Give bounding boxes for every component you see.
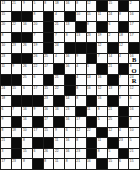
cell-r4c11[interactable]: 2 bbox=[108, 33, 118, 43]
cell-number: 2 bbox=[130, 1, 132, 5]
cell-number: 17 bbox=[130, 22, 134, 26]
cell-r8c12[interactable]: 7 bbox=[119, 75, 129, 85]
cell-number: 13 bbox=[66, 22, 70, 26]
cell-number: 8 bbox=[2, 128, 4, 132]
cell-number: 23 bbox=[44, 96, 48, 100]
black-cell-r14c2 bbox=[12, 138, 22, 148]
cell-number: 16 bbox=[66, 64, 70, 68]
cell-r12c5[interactable]: 17 bbox=[44, 117, 54, 127]
cell-r9c8[interactable]: 8 bbox=[76, 86, 86, 96]
cell-r2c4[interactable]: 8 bbox=[33, 12, 43, 22]
cell-r2c13[interactable]: 16 bbox=[129, 12, 139, 22]
cell-r15c10[interactable]: 8 bbox=[97, 149, 107, 159]
cell-r7c1[interactable]: 11 bbox=[1, 64, 11, 74]
cell-number: 9 bbox=[55, 128, 57, 132]
cell-number: 13 bbox=[2, 1, 6, 5]
black-cell-r8c2 bbox=[12, 75, 22, 85]
cell-number: 21 bbox=[55, 22, 59, 26]
cell-r11c13[interactable]: 16 bbox=[129, 107, 139, 117]
cell-number: 8 bbox=[76, 138, 78, 142]
cell-number: 5 bbox=[130, 138, 132, 142]
given-letter-R: R bbox=[129, 77, 139, 84]
cell-r14c7[interactable]: 16 bbox=[65, 138, 75, 148]
cell-r1c8[interactable]: 8 bbox=[76, 1, 86, 11]
cell-r4c12[interactable]: 18 bbox=[119, 33, 129, 43]
cell-r5c6[interactable]: 24 bbox=[54, 43, 64, 53]
cell-r3c13[interactable]: 17 bbox=[129, 22, 139, 32]
black-cell-r10c3 bbox=[22, 96, 32, 106]
cell-r10c12[interactable]: 9 bbox=[119, 96, 129, 106]
black-cell-r2c5 bbox=[44, 12, 54, 22]
black-cell-r3c5 bbox=[44, 22, 54, 32]
cell-r10c5[interactable]: 23 bbox=[44, 96, 54, 106]
black-cell-r5c9 bbox=[87, 43, 97, 53]
cell-r7c7[interactable]: 16 bbox=[65, 64, 75, 74]
cell-number: 16 bbox=[23, 117, 27, 121]
cell-number: 15 bbox=[108, 159, 112, 163]
cell-r14c8[interactable]: 8 bbox=[76, 138, 86, 148]
black-cell-r9c7 bbox=[65, 86, 75, 96]
cell-r9c5[interactable]: 15 bbox=[44, 86, 54, 96]
cell-number: 8 bbox=[34, 12, 36, 16]
black-cell-r10c11 bbox=[108, 96, 118, 106]
cell-r13c3[interactable]: 10 bbox=[22, 128, 32, 138]
cell-r2c8[interactable]: 10 bbox=[76, 12, 86, 22]
cell-r14c10[interactable]: 11 bbox=[97, 138, 107, 148]
cell-r12c8[interactable]: 17 bbox=[76, 117, 86, 127]
cell-r4c7[interactable]: 8 bbox=[65, 33, 75, 43]
cell-r6c10[interactable]: 7 bbox=[97, 54, 107, 64]
cell-number: 25 bbox=[23, 75, 27, 79]
cell-number: 8 bbox=[98, 149, 100, 153]
cell-number: 10 bbox=[76, 12, 80, 16]
cell-r15c1[interactable]: 3 bbox=[1, 149, 11, 159]
cell-r4c10[interactable]: 19 bbox=[97, 33, 107, 43]
cell-number: 16 bbox=[44, 107, 48, 111]
cell-r13c11[interactable]: 12 bbox=[108, 128, 118, 138]
cell-number: 24 bbox=[55, 43, 59, 47]
cell-r6c1[interactable]: 23 bbox=[1, 54, 11, 64]
cell-number: 2 bbox=[108, 33, 110, 37]
cell-r9c6[interactable]: 22 bbox=[54, 86, 64, 96]
cell-r13c12[interactable]: 4 bbox=[119, 128, 129, 138]
cell-r10c8[interactable]: 8 bbox=[76, 96, 86, 106]
cell-r4c6[interactable]: 7 bbox=[54, 33, 64, 43]
cell-r15c11[interactable]: 5 bbox=[108, 149, 118, 159]
black-cell-r10c2 bbox=[12, 96, 22, 106]
cell-r1c4[interactable]: 5 bbox=[33, 1, 43, 11]
cell-number: 21 bbox=[55, 75, 59, 79]
cell-number: 23 bbox=[2, 54, 6, 58]
cell-r16c13[interactable]: 15 bbox=[129, 159, 139, 169]
cell-number: 24 bbox=[2, 86, 6, 90]
cell-r9c4[interactable]: 17 bbox=[33, 86, 43, 96]
cell-r11c4[interactable]: 9 bbox=[33, 107, 43, 117]
cell-r16c11[interactable]: 15 bbox=[108, 159, 118, 169]
cell-r16c1[interactable]: 17 bbox=[1, 159, 11, 169]
cell-r13c7[interactable]: 6 bbox=[65, 128, 75, 138]
cell-r15c5[interactable]: 26 bbox=[44, 149, 54, 159]
cell-r6c12[interactable]: 4 bbox=[119, 54, 129, 64]
cell-number: 23 bbox=[12, 43, 16, 47]
cell-r16c6[interactable]: 11 bbox=[54, 159, 64, 169]
black-cell-r5c5 bbox=[44, 43, 54, 53]
cell-r8c10[interactable]: 16 bbox=[97, 75, 107, 85]
cell-number: 21 bbox=[2, 138, 6, 142]
cell-r6c5[interactable]: 25 bbox=[44, 54, 54, 64]
cell-number: 18 bbox=[2, 96, 6, 100]
cell-r4c13[interactable]: 17 bbox=[129, 33, 139, 43]
cell-r13c6[interactable]: 9 bbox=[54, 128, 64, 138]
cell-number: 23 bbox=[12, 159, 16, 163]
cell-r13c9[interactable]: 22 bbox=[87, 128, 97, 138]
cell-number: 21 bbox=[108, 64, 112, 68]
cell-number: 5 bbox=[98, 117, 100, 121]
cell-number: 22 bbox=[12, 22, 16, 26]
cell-number: 16 bbox=[66, 117, 70, 121]
cell-number: 17 bbox=[130, 33, 134, 37]
cell-r2c1[interactable]: 15 bbox=[1, 12, 11, 22]
cell-r5c4[interactable]: 19 bbox=[33, 43, 43, 53]
cell-number: 8 bbox=[76, 86, 78, 90]
cell-r3c1[interactable]: 20 bbox=[1, 22, 11, 32]
cell-r5c3[interactable]: 26 bbox=[22, 43, 32, 53]
cell-r12c7[interactable]: 16 bbox=[65, 117, 75, 127]
cell-number: 5 bbox=[108, 149, 110, 153]
cell-number: 6 bbox=[66, 128, 68, 132]
cell-number: 22 bbox=[34, 64, 38, 68]
cell-number: 6 bbox=[2, 107, 4, 111]
cell-number: 12 bbox=[119, 43, 123, 47]
cell-number: 18 bbox=[12, 128, 16, 132]
cell-r16c7[interactable]: 8 bbox=[65, 159, 75, 169]
black-cell-r8c5 bbox=[44, 75, 54, 85]
black-cell-r8c1 bbox=[1, 75, 11, 85]
cell-r10c10[interactable]: 16 bbox=[97, 96, 107, 106]
black-cell-r16c10 bbox=[97, 159, 107, 169]
cell-number: 4 bbox=[76, 64, 78, 68]
cell-number: 16 bbox=[87, 159, 91, 163]
cell-r11c2[interactable]: 7 bbox=[12, 107, 22, 117]
cell-r1c1[interactable]: 13 bbox=[1, 1, 11, 11]
black-cell-r5c11 bbox=[108, 43, 118, 53]
black-cell-r14c5 bbox=[44, 138, 54, 148]
cell-r11c5[interactable]: 16 bbox=[44, 107, 54, 117]
cell-number: 8 bbox=[98, 107, 100, 111]
cell-r14c6[interactable]: 11 bbox=[54, 138, 64, 148]
cell-r9c9[interactable]: 16 bbox=[87, 86, 97, 96]
black-cell-r6c2 bbox=[12, 54, 22, 64]
black-cell-r4c5 bbox=[44, 33, 54, 43]
black-cell-r5c8 bbox=[76, 43, 86, 53]
cell-number: 22 bbox=[87, 128, 91, 132]
cell-r15c6[interactable]: 22 bbox=[54, 149, 64, 159]
cell-number: 8 bbox=[44, 1, 46, 5]
cell-r1c3[interactable]: 9 bbox=[22, 1, 32, 11]
cell-r6c11[interactable]: 14 bbox=[108, 54, 118, 64]
cell-number: 16 bbox=[66, 138, 70, 142]
cell-r9c11[interactable]: 13 bbox=[108, 86, 118, 96]
cell-number: 26 bbox=[34, 54, 38, 58]
cell-r13c5[interactable]: 15 bbox=[44, 128, 54, 138]
cell-r14c1[interactable]: 21 bbox=[1, 138, 11, 148]
cell-r11c6[interactable]: 16 bbox=[54, 107, 64, 117]
cell-r11c11[interactable]: 21 bbox=[108, 107, 118, 117]
cell-r7c11[interactable]: 21 bbox=[108, 64, 118, 74]
black-cell-r11c12 bbox=[119, 107, 129, 117]
cell-r9c12[interactable]: 7 bbox=[119, 86, 129, 96]
cell-r7c5[interactable]: 17 bbox=[44, 64, 54, 74]
black-cell-r12c12 bbox=[119, 117, 129, 127]
cell-r9c3[interactable]: 6 bbox=[22, 86, 32, 96]
cell-r4c9[interactable]: 23 bbox=[87, 33, 97, 43]
cell-r13c2[interactable]: 18 bbox=[12, 128, 22, 138]
cell-number: 16 bbox=[87, 86, 91, 90]
cell-number: 14 bbox=[66, 96, 70, 100]
cell-number: 8 bbox=[130, 117, 132, 121]
cell-number: 6 bbox=[119, 159, 121, 163]
cell-number: 9 bbox=[23, 1, 25, 5]
cell-r3c6[interactable]: 21 bbox=[54, 22, 64, 32]
cell-r15c13[interactable]: 21 bbox=[129, 149, 139, 159]
cell-number: 8 bbox=[66, 33, 68, 37]
cell-r7c2[interactable]: 9 bbox=[12, 64, 22, 74]
cell-number: 16 bbox=[66, 149, 70, 153]
black-cell-r12c6 bbox=[54, 117, 64, 127]
cell-r16c8[interactable]: 21 bbox=[76, 159, 86, 169]
cell-number: 4 bbox=[119, 128, 121, 132]
black-cell-r1c12 bbox=[119, 1, 129, 11]
cell-r11c3[interactable]: 16 bbox=[22, 107, 32, 117]
cell-r6c13[interactable]: 16B bbox=[129, 54, 139, 64]
cell-r3c2[interactable]: 22 bbox=[12, 22, 22, 32]
black-cell-r14c4 bbox=[33, 138, 43, 148]
cell-number: 17 bbox=[34, 128, 38, 132]
cell-r1c9[interactable]: 12 bbox=[87, 1, 97, 11]
cell-number: 13 bbox=[108, 86, 112, 90]
black-cell-r7c12 bbox=[119, 64, 129, 74]
cell-r12c11[interactable]: 25 bbox=[108, 117, 118, 127]
cell-r14c13[interactable]: 5 bbox=[129, 138, 139, 148]
cell-r1c11[interactable]: 15 bbox=[108, 1, 118, 11]
cell-number: 25 bbox=[108, 117, 112, 121]
cell-r11c7[interactable]: 23 bbox=[65, 107, 75, 117]
black-cell-r8c11 bbox=[108, 75, 118, 85]
cell-number: 15 bbox=[44, 128, 48, 132]
cell-number: 12 bbox=[87, 1, 91, 5]
cell-r9c13[interactable]: 12 bbox=[129, 86, 139, 96]
cell-r2c10[interactable]: 11 bbox=[97, 12, 107, 22]
cell-r8c3[interactable]: 25 bbox=[22, 75, 32, 85]
cell-r1c6[interactable]: 18 bbox=[54, 1, 64, 11]
cell-r5c10[interactable]: 12 bbox=[97, 43, 107, 53]
black-cell-r6c3 bbox=[22, 54, 32, 64]
cell-r7c8[interactable]: 4 bbox=[76, 64, 86, 74]
cell-r3c3[interactable]: 16 bbox=[22, 22, 32, 32]
cell-r15c8[interactable]: 23 bbox=[76, 149, 86, 159]
cell-r12c10[interactable]: 5 bbox=[97, 117, 107, 127]
black-cell-r14c11 bbox=[108, 138, 118, 148]
cell-r7c13[interactable]: 8O bbox=[129, 64, 139, 74]
black-cell-r13c10 bbox=[97, 128, 107, 138]
cell-number: 8 bbox=[44, 159, 46, 163]
cell-r10c7[interactable]: 14 bbox=[65, 96, 75, 106]
cell-number: 7 bbox=[12, 107, 14, 111]
cell-r8c4[interactable]: 6 bbox=[33, 75, 43, 85]
cell-number: 7 bbox=[34, 33, 36, 37]
cell-number: 5 bbox=[34, 1, 36, 5]
cell-number: 10 bbox=[130, 128, 134, 132]
cell-r1c5[interactable]: 8 bbox=[44, 1, 54, 11]
cell-number: 21 bbox=[130, 149, 134, 153]
cell-r14c12[interactable]: 23 bbox=[119, 138, 129, 148]
cell-r15c4[interactable]: 6 bbox=[33, 149, 43, 159]
cell-r12c3[interactable]: 16 bbox=[22, 117, 32, 127]
cell-r15c7[interactable]: 16 bbox=[65, 149, 75, 159]
cell-number: 12 bbox=[130, 86, 134, 90]
cell-number: 17 bbox=[76, 117, 80, 121]
cell-r10c13[interactable]: 6 bbox=[129, 96, 139, 106]
cell-r6c8[interactable]: 9 bbox=[76, 54, 86, 64]
cell-r16c3[interactable]: 8 bbox=[22, 159, 32, 169]
cell-number: 8 bbox=[76, 1, 78, 5]
cell-r14c3[interactable]: 8 bbox=[22, 138, 32, 148]
cell-number: 16 bbox=[130, 12, 134, 16]
cell-r15c3[interactable]: 15 bbox=[22, 149, 32, 159]
cell-r8c8[interactable]: 4 bbox=[76, 75, 86, 85]
black-cell-r7c10 bbox=[97, 64, 107, 74]
cell-r9c10[interactable]: 12 bbox=[97, 86, 107, 96]
black-cell-r12c4 bbox=[33, 117, 43, 127]
black-cell-r3c10 bbox=[97, 22, 107, 32]
given-letter-B: B bbox=[129, 56, 139, 63]
cell-r12c1[interactable]: 9 bbox=[1, 117, 11, 127]
black-cell-r10c9 bbox=[87, 96, 97, 106]
cell-number: 11 bbox=[98, 12, 101, 16]
cell-number: 11 bbox=[87, 107, 90, 111]
cell-number: 21 bbox=[76, 159, 80, 163]
cell-r4c4[interactable]: 7 bbox=[33, 33, 43, 43]
cell-r13c4[interactable]: 17 bbox=[33, 128, 43, 138]
cell-r2c6[interactable]: 4 bbox=[54, 12, 64, 22]
cell-number: 15 bbox=[2, 12, 6, 16]
cell-r8c9[interactable]: 13 bbox=[87, 75, 97, 85]
cell-number: 12 bbox=[98, 43, 102, 47]
cell-r11c1[interactable]: 6 bbox=[1, 107, 11, 117]
cell-number: 8 bbox=[2, 33, 4, 37]
cell-number: 4 bbox=[76, 75, 78, 79]
cell-number: 15 bbox=[12, 86, 16, 90]
cell-r7c3[interactable]: 26 bbox=[22, 64, 32, 74]
black-cell-r2c7 bbox=[65, 12, 75, 22]
cell-r2c11[interactable]: 24 bbox=[108, 12, 118, 22]
black-cell-r12c2 bbox=[12, 117, 22, 127]
cell-number: 26 bbox=[44, 149, 48, 153]
cell-number: 10 bbox=[2, 43, 6, 47]
cell-r7c9[interactable]: 5 bbox=[87, 64, 97, 74]
cell-r2c9[interactable]: 15 bbox=[87, 12, 97, 22]
cell-r7c4[interactable]: 22 bbox=[33, 64, 43, 74]
cell-number: 4 bbox=[119, 54, 121, 58]
cell-number: 9 bbox=[76, 54, 78, 58]
black-cell-r11c8 bbox=[76, 107, 86, 117]
cell-r1c2[interactable]: 21 bbox=[12, 1, 22, 11]
cell-number: 18 bbox=[55, 1, 59, 5]
cell-number: 15 bbox=[23, 149, 27, 153]
black-cell-r4c3 bbox=[22, 33, 32, 43]
cell-r8c6[interactable]: 21 bbox=[54, 75, 64, 85]
cell-number: 16 bbox=[98, 96, 102, 100]
cell-r4c8[interactable]: 13 bbox=[76, 33, 86, 43]
cell-number: 9 bbox=[34, 107, 36, 111]
cell-r12c13[interactable]: 8 bbox=[129, 117, 139, 127]
cell-number: 11 bbox=[2, 64, 5, 68]
cell-number: 8 bbox=[76, 96, 78, 100]
black-cell-r5c13 bbox=[129, 43, 139, 53]
cell-r6c4[interactable]: 26 bbox=[33, 54, 43, 64]
cell-number: 6 bbox=[34, 149, 36, 153]
cell-r1c7[interactable]: 16 bbox=[65, 1, 75, 11]
cell-r5c12[interactable]: 12 bbox=[119, 43, 129, 53]
black-cell-r3c8 bbox=[76, 22, 86, 32]
cell-number: 9 bbox=[2, 117, 4, 121]
cell-r3c7[interactable]: 13 bbox=[65, 22, 75, 32]
cell-r13c13[interactable]: 10 bbox=[129, 128, 139, 138]
cell-r1c13[interactable]: 2 bbox=[129, 1, 139, 11]
cell-r4c1[interactable]: 8 bbox=[1, 33, 11, 43]
cell-number: 6 bbox=[108, 22, 110, 26]
cell-number: 24 bbox=[108, 12, 112, 16]
black-cell-r1c10 bbox=[97, 1, 107, 11]
cell-r16c12[interactable]: 6 bbox=[119, 159, 129, 169]
cell-r11c10[interactable]: 8 bbox=[97, 107, 107, 117]
cell-number: 8 bbox=[66, 159, 68, 163]
cell-number: 19 bbox=[98, 33, 102, 37]
cell-r9c2[interactable]: 15 bbox=[12, 86, 22, 96]
cell-number: 26 bbox=[23, 64, 27, 68]
cell-r16c5[interactable]: 8 bbox=[44, 159, 54, 169]
cell-number: 16 bbox=[130, 107, 134, 111]
cell-r6c6[interactable]: 4 bbox=[54, 54, 64, 64]
cell-r16c9[interactable]: 16 bbox=[87, 159, 97, 169]
cell-r5c1[interactable]: 10 bbox=[1, 43, 11, 53]
cell-r3c9[interactable]: 8 bbox=[87, 22, 97, 32]
black-cell-r5c7 bbox=[65, 43, 75, 53]
cell-r11c9[interactable]: 11 bbox=[87, 107, 97, 117]
cell-r3c11[interactable]: 6 bbox=[108, 22, 118, 32]
black-cell-r2c2 bbox=[12, 12, 22, 22]
cell-r5c2[interactable]: 23 bbox=[12, 43, 22, 53]
cell-r10c1[interactable]: 18 bbox=[1, 96, 11, 106]
cell-r6c7[interactable]: 16 bbox=[65, 54, 75, 64]
cell-r16c2[interactable]: 23 bbox=[12, 159, 22, 169]
cell-number: 21 bbox=[108, 107, 112, 111]
cell-number: 6 bbox=[34, 75, 36, 79]
cell-number: 21 bbox=[12, 1, 16, 5]
cell-r13c8[interactable]: 12 bbox=[76, 128, 86, 138]
cell-r13c1[interactable]: 8 bbox=[1, 128, 11, 138]
cell-number: 4 bbox=[55, 54, 57, 58]
cell-number: 16 bbox=[23, 22, 27, 26]
cell-r8c13[interactable]: 24R bbox=[129, 75, 139, 85]
black-cell-r14c9 bbox=[87, 138, 97, 148]
cell-r2c12[interactable]: 8 bbox=[119, 12, 129, 22]
black-cell-r12c9 bbox=[87, 117, 97, 127]
cell-number: 22 bbox=[55, 86, 59, 90]
cell-r9c1[interactable]: 24 bbox=[1, 86, 11, 96]
black-cell-r8c7 bbox=[65, 75, 75, 85]
cell-r3c4[interactable]: 20 bbox=[33, 22, 43, 32]
